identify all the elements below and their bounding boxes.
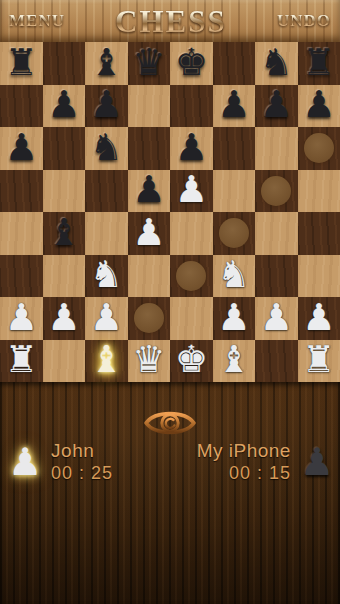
white-king[interactable]: ♚: [175, 341, 208, 378]
legal-move-indicator[interactable]: [134, 303, 164, 333]
square-f6[interactable]: [213, 127, 256, 170]
black-bishop[interactable]: ♝: [90, 44, 123, 81]
square-f7[interactable]: ♟: [213, 85, 256, 128]
black-pawn[interactable]: ♟: [175, 129, 208, 166]
chess-board: ♜♝♛♚♞♜♟♟♟♟♟♟♞♟♟♟♝♟♞♞♟♟♟♟♟♟♜♝♛♚♝♜: [0, 42, 340, 382]
black-player-name: My iPhone: [197, 440, 291, 462]
square-c4[interactable]: [85, 212, 128, 255]
square-g4[interactable]: [255, 212, 298, 255]
square-b1[interactable]: [43, 340, 86, 383]
white-pawn[interactable]: ♟: [132, 214, 165, 251]
white-pawn[interactable]: ♟: [175, 171, 208, 208]
square-a8[interactable]: ♜: [0, 42, 43, 85]
square-h6[interactable]: [298, 127, 340, 170]
square-h8[interactable]: ♜: [298, 42, 340, 85]
white-pawn[interactable]: ♟: [47, 299, 80, 336]
square-d5[interactable]: ♟: [128, 170, 171, 213]
black-queen[interactable]: ♛: [132, 44, 165, 81]
white-player-name: John: [51, 440, 113, 462]
square-e5[interactable]: ♟: [170, 170, 213, 213]
square-h5[interactable]: [298, 170, 340, 213]
black-knight[interactable]: ♞: [90, 129, 123, 166]
black-bishop[interactable]: ♝: [47, 214, 80, 251]
square-b3[interactable]: [43, 255, 86, 298]
black-pawn[interactable]: ♟: [5, 129, 38, 166]
white-pawn[interactable]: ♟: [260, 299, 293, 336]
square-e4[interactable]: [170, 212, 213, 255]
square-a2[interactable]: ♟: [0, 297, 43, 340]
square-c2[interactable]: ♟: [85, 297, 128, 340]
legal-move-indicator[interactable]: [219, 218, 249, 248]
square-c7[interactable]: ♟: [85, 85, 128, 128]
white-pawn[interactable]: ♟: [302, 299, 335, 336]
black-rook[interactable]: ♜: [302, 44, 335, 81]
legal-move-indicator[interactable]: [261, 176, 291, 206]
black-player-info: My iPhone 00 : 15 ♟: [197, 440, 334, 484]
square-a5[interactable]: [0, 170, 43, 213]
square-e1[interactable]: ♚: [170, 340, 213, 383]
square-f5[interactable]: [213, 170, 256, 213]
square-g2[interactable]: ♟: [255, 297, 298, 340]
square-f4[interactable]: [213, 212, 256, 255]
square-a6[interactable]: ♟: [0, 127, 43, 170]
square-a4[interactable]: [0, 212, 43, 255]
square-h3[interactable]: [298, 255, 340, 298]
square-e6[interactable]: ♟: [170, 127, 213, 170]
black-player-clock: 00 : 15: [229, 463, 291, 484]
square-c8[interactable]: ♝: [85, 42, 128, 85]
white-pawn[interactable]: ♟: [90, 299, 123, 336]
square-a7[interactable]: [0, 85, 43, 128]
square-a3[interactable]: [0, 255, 43, 298]
square-b6[interactable]: [43, 127, 86, 170]
black-pawn[interactable]: ♟: [47, 86, 80, 123]
square-g6[interactable]: [255, 127, 298, 170]
black-pawn[interactable]: ♟: [217, 86, 250, 123]
white-bishop[interactable]: ♝: [90, 341, 123, 378]
white-knight[interactable]: ♞: [217, 256, 250, 293]
square-f3[interactable]: ♞: [213, 255, 256, 298]
white-bishop[interactable]: ♝: [217, 341, 250, 378]
square-g7[interactable]: ♟: [255, 85, 298, 128]
square-b2[interactable]: ♟: [43, 297, 86, 340]
square-b8[interactable]: [43, 42, 86, 85]
white-pawn[interactable]: ♟: [5, 299, 38, 336]
square-g3[interactable]: [255, 255, 298, 298]
black-pawn-icon: ♟: [300, 443, 334, 481]
legal-move-indicator[interactable]: [304, 133, 334, 163]
square-f1[interactable]: ♝: [213, 340, 256, 383]
square-d3[interactable]: [128, 255, 171, 298]
black-pawn[interactable]: ♟: [260, 86, 293, 123]
black-rook[interactable]: ♜: [5, 44, 38, 81]
menu-button[interactable]: MENU: [9, 11, 65, 31]
square-g5[interactable]: [255, 170, 298, 213]
bottom-panel: ♟ John 00 : 25 My iPhone 00 : 15 ♟: [0, 382, 340, 604]
square-d2[interactable]: [128, 297, 171, 340]
square-b5[interactable]: [43, 170, 86, 213]
square-g8[interactable]: ♞: [255, 42, 298, 85]
square-c1[interactable]: ♝: [85, 340, 128, 383]
undo-button[interactable]: UNDO: [277, 11, 331, 31]
square-d7[interactable]: [128, 85, 171, 128]
black-pawn[interactable]: ♟: [90, 86, 123, 123]
square-e2[interactable]: [170, 297, 213, 340]
square-h1[interactable]: ♜: [298, 340, 340, 383]
white-player-clock: 00 : 25: [51, 463, 113, 484]
square-g1[interactable]: [255, 340, 298, 383]
top-bar: MENU CHESS UNDO: [0, 0, 340, 42]
black-pawn[interactable]: ♟: [302, 86, 335, 123]
square-b4[interactable]: ♝: [43, 212, 86, 255]
square-h7[interactable]: ♟: [298, 85, 340, 128]
square-f8[interactable]: [213, 42, 256, 85]
square-b7[interactable]: ♟: [43, 85, 86, 128]
square-c6[interactable]: ♞: [85, 127, 128, 170]
square-d6[interactable]: [128, 127, 171, 170]
square-h2[interactable]: ♟: [298, 297, 340, 340]
legal-move-indicator[interactable]: [176, 261, 206, 291]
square-c5[interactable]: [85, 170, 128, 213]
square-d8[interactable]: ♛: [128, 42, 171, 85]
square-e3[interactable]: [170, 255, 213, 298]
white-queen[interactable]: ♛: [132, 341, 165, 378]
square-c3[interactable]: ♞: [85, 255, 128, 298]
white-pawn[interactable]: ♟: [217, 299, 250, 336]
black-pawn[interactable]: ♟: [132, 171, 165, 208]
white-rook[interactable]: ♜: [5, 341, 38, 378]
square-e8[interactable]: ♚: [170, 42, 213, 85]
square-e7[interactable]: [170, 85, 213, 128]
white-player-info: ♟ John 00 : 25: [8, 440, 113, 484]
square-a1[interactable]: ♜: [0, 340, 43, 383]
square-d4[interactable]: ♟: [128, 212, 171, 255]
white-pawn-icon: ♟: [8, 443, 42, 481]
white-rook[interactable]: ♜: [302, 341, 335, 378]
square-h4[interactable]: [298, 212, 340, 255]
eye-icon[interactable]: [142, 406, 198, 444]
white-knight[interactable]: ♞: [90, 256, 123, 293]
square-d1[interactable]: ♛: [128, 340, 171, 383]
square-f2[interactable]: ♟: [213, 297, 256, 340]
black-king[interactable]: ♚: [175, 44, 208, 81]
black-knight[interactable]: ♞: [260, 44, 293, 81]
app-title: CHESS: [115, 4, 227, 40]
